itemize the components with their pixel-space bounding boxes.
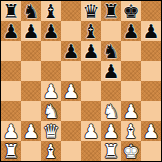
piece-black-pawn[interactable]: ♟ [42, 21, 59, 41]
piece-black-pawn[interactable]: ♟ [2, 21, 19, 41]
square-c8[interactable]: ♝ [41, 1, 61, 21]
square-g2[interactable]: ♝ [121, 121, 141, 141]
square-f2[interactable]: ♟ [101, 121, 121, 141]
piece-white-knight[interactable]: ♞ [42, 101, 59, 121]
piece-white-pawn[interactable]: ♟ [82, 121, 99, 141]
chess-board: ♜♞♝♛♜♚♟♟♟♝♟♟♟♟♞♟♟♟♞♞♟♟♟♛♟♟♝♟♜♝♜♚ [0, 0, 162, 162]
square-c1[interactable]: ♝ [41, 141, 61, 161]
piece-black-rook[interactable]: ♜ [102, 1, 119, 21]
square-e2[interactable]: ♟ [81, 121, 101, 141]
square-d3[interactable] [61, 101, 81, 121]
piece-black-queen[interactable]: ♛ [82, 1, 99, 21]
square-d5[interactable] [61, 61, 81, 81]
board-grid: ♜♞♝♛♜♚♟♟♟♝♟♟♟♟♞♟♟♟♞♞♟♟♟♛♟♟♝♟♜♝♜♚ [1, 1, 161, 161]
piece-white-queen[interactable]: ♛ [42, 121, 59, 141]
square-f1[interactable]: ♜ [101, 141, 121, 161]
piece-black-pawn[interactable]: ♟ [62, 41, 79, 61]
square-g3[interactable]: ♟ [121, 101, 141, 121]
square-e8[interactable]: ♛ [81, 1, 101, 21]
square-e5[interactable] [81, 61, 101, 81]
square-f4[interactable] [101, 81, 121, 101]
square-g5[interactable] [121, 61, 141, 81]
square-b5[interactable] [21, 61, 41, 81]
square-c5[interactable] [41, 61, 61, 81]
square-d2[interactable] [61, 121, 81, 141]
square-b1[interactable] [21, 141, 41, 161]
square-a8[interactable]: ♜ [1, 1, 21, 21]
square-c3[interactable]: ♞ [41, 101, 61, 121]
square-a4[interactable] [1, 81, 21, 101]
square-a5[interactable] [1, 61, 21, 81]
square-f5[interactable]: ♟ [101, 61, 121, 81]
piece-white-knight[interactable]: ♞ [102, 101, 119, 121]
square-f8[interactable]: ♜ [101, 1, 121, 21]
piece-black-king[interactable]: ♚ [122, 1, 139, 21]
piece-black-rook[interactable]: ♜ [2, 1, 19, 21]
square-h7[interactable]: ♟ [141, 21, 161, 41]
square-b8[interactable]: ♞ [21, 1, 41, 21]
square-c6[interactable] [41, 41, 61, 61]
square-b7[interactable]: ♟ [21, 21, 41, 41]
square-e7[interactable]: ♝ [81, 21, 101, 41]
square-f7[interactable] [101, 21, 121, 41]
square-g4[interactable] [121, 81, 141, 101]
square-b3[interactable] [21, 101, 41, 121]
piece-white-pawn[interactable]: ♟ [62, 81, 79, 101]
square-a3[interactable] [1, 101, 21, 121]
square-e4[interactable] [81, 81, 101, 101]
piece-white-rook[interactable]: ♜ [102, 141, 119, 161]
piece-black-knight[interactable]: ♞ [102, 41, 119, 61]
piece-white-pawn[interactable]: ♟ [2, 121, 19, 141]
piece-white-bishop[interactable]: ♝ [122, 121, 139, 141]
square-h3[interactable] [141, 101, 161, 121]
square-h2[interactable]: ♟ [141, 121, 161, 141]
piece-white-pawn[interactable]: ♟ [22, 121, 39, 141]
square-d6[interactable]: ♟ [61, 41, 81, 61]
piece-black-bishop[interactable]: ♝ [82, 21, 99, 41]
square-a2[interactable]: ♟ [1, 121, 21, 141]
piece-white-king[interactable]: ♚ [122, 141, 139, 161]
square-e6[interactable]: ♟ [81, 41, 101, 61]
square-h5[interactable] [141, 61, 161, 81]
square-f6[interactable]: ♞ [101, 41, 121, 61]
square-a6[interactable] [1, 41, 21, 61]
piece-white-pawn[interactable]: ♟ [142, 121, 159, 141]
square-d7[interactable] [61, 21, 81, 41]
square-b4[interactable] [21, 81, 41, 101]
square-h1[interactable] [141, 141, 161, 161]
square-b6[interactable] [21, 41, 41, 61]
piece-black-bishop[interactable]: ♝ [42, 1, 59, 21]
piece-black-pawn[interactable]: ♟ [142, 21, 159, 41]
square-d8[interactable] [61, 1, 81, 21]
piece-white-pawn[interactable]: ♟ [42, 81, 59, 101]
square-h8[interactable] [141, 1, 161, 21]
piece-black-pawn[interactable]: ♟ [82, 41, 99, 61]
piece-white-rook[interactable]: ♜ [2, 141, 19, 161]
square-d4[interactable]: ♟ [61, 81, 81, 101]
square-h4[interactable] [141, 81, 161, 101]
square-g1[interactable]: ♚ [121, 141, 141, 161]
piece-black-pawn[interactable]: ♟ [22, 21, 39, 41]
square-c7[interactable]: ♟ [41, 21, 61, 41]
square-a1[interactable]: ♜ [1, 141, 21, 161]
square-b2[interactable]: ♟ [21, 121, 41, 141]
square-e1[interactable] [81, 141, 101, 161]
square-g7[interactable]: ♟ [121, 21, 141, 41]
square-c4[interactable]: ♟ [41, 81, 61, 101]
square-g8[interactable]: ♚ [121, 1, 141, 21]
square-a7[interactable]: ♟ [1, 21, 21, 41]
piece-black-knight[interactable]: ♞ [22, 1, 39, 21]
square-e3[interactable] [81, 101, 101, 121]
square-d1[interactable] [61, 141, 81, 161]
piece-white-pawn[interactable]: ♟ [102, 121, 119, 141]
piece-white-bishop[interactable]: ♝ [42, 141, 59, 161]
square-c2[interactable]: ♛ [41, 121, 61, 141]
square-f3[interactable]: ♞ [101, 101, 121, 121]
square-h6[interactable] [141, 41, 161, 61]
piece-black-pawn[interactable]: ♟ [102, 61, 119, 81]
piece-white-pawn[interactable]: ♟ [122, 101, 139, 121]
piece-black-pawn[interactable]: ♟ [122, 21, 139, 41]
square-g6[interactable] [121, 41, 141, 61]
